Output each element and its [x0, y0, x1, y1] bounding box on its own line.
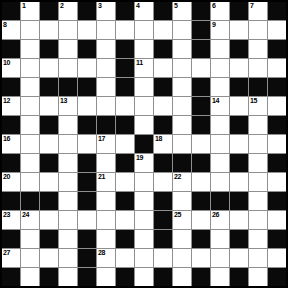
- block-cell-2-2: [40, 40, 58, 58]
- cell-6-7[interactable]: [135, 116, 153, 134]
- block-cell-7-7: [135, 135, 153, 153]
- block-cell-8-14: [268, 154, 286, 172]
- cell-3-10[interactable]: [192, 59, 210, 77]
- cell-9-9[interactable]: 22: [173, 173, 191, 191]
- cell-6-3[interactable]: [59, 116, 77, 134]
- clue-number-13: 13: [60, 97, 67, 105]
- cell-9-10[interactable]: [192, 173, 210, 191]
- cell-2-7[interactable]: [135, 40, 153, 58]
- cell-12-5[interactable]: [97, 230, 115, 248]
- block-cell-0-8: [154, 2, 172, 20]
- block-cell-10-0: [2, 192, 20, 210]
- cell-2-1[interactable]: [21, 40, 39, 58]
- clue-number-26: 26: [212, 211, 219, 219]
- cell-0-9[interactable]: 5: [173, 2, 191, 20]
- cell-1-4[interactable]: [78, 21, 96, 39]
- block-cell-6-12: [230, 116, 248, 134]
- cell-13-14[interactable]: [268, 249, 286, 267]
- block-cell-2-6: [116, 40, 134, 58]
- cell-10-5[interactable]: [97, 192, 115, 210]
- block-cell-14-8: [154, 268, 172, 286]
- block-cell-8-10: [192, 154, 210, 172]
- cell-9-1[interactable]: [21, 173, 39, 191]
- cell-6-13[interactable]: [249, 116, 267, 134]
- block-cell-14-2: [40, 268, 58, 286]
- clue-number-1: 1: [22, 2, 26, 10]
- cell-7-3[interactable]: [59, 135, 77, 153]
- cell-0-5[interactable]: 3: [97, 2, 115, 20]
- block-cell-8-0: [2, 154, 20, 172]
- block-cell-4-0: [2, 78, 20, 96]
- cell-5-6[interactable]: [116, 97, 134, 115]
- cell-13-9[interactable]: [173, 249, 191, 267]
- cell-13-3[interactable]: [59, 249, 77, 267]
- clue-number-9: 9: [212, 21, 216, 29]
- cell-7-8[interactable]: 18: [154, 135, 172, 153]
- cell-14-5[interactable]: [97, 268, 115, 286]
- cell-3-0[interactable]: 10: [2, 59, 20, 77]
- cell-5-2[interactable]: [40, 97, 58, 115]
- cell-1-2[interactable]: [40, 21, 58, 39]
- crossword-grid: 1234567891011121314151617181920212223242…: [2, 2, 286, 286]
- block-cell-4-6: [116, 78, 134, 96]
- cell-13-7[interactable]: [135, 249, 153, 267]
- cell-1-7[interactable]: [135, 21, 153, 39]
- clue-number-12: 12: [3, 97, 10, 105]
- cell-12-3[interactable]: [59, 230, 77, 248]
- clue-number-14: 14: [212, 97, 219, 105]
- cell-5-13[interactable]: 15: [249, 97, 267, 115]
- cell-13-8[interactable]: [154, 249, 172, 267]
- cell-7-9[interactable]: [173, 135, 191, 153]
- cell-1-3[interactable]: [59, 21, 77, 39]
- clue-number-6: 6: [212, 2, 216, 10]
- cell-11-7[interactable]: [135, 211, 153, 229]
- block-cell-12-12: [230, 230, 248, 248]
- block-cell-1-10: [192, 21, 210, 39]
- block-cell-6-6: [116, 116, 134, 134]
- clue-number-10: 10: [3, 59, 10, 67]
- clue-number-7: 7: [250, 2, 254, 10]
- cell-9-8[interactable]: [154, 173, 172, 191]
- cell-3-11[interactable]: [211, 59, 229, 77]
- block-cell-12-8: [154, 230, 172, 248]
- cell-7-5[interactable]: 17: [97, 135, 115, 153]
- clue-number-25: 25: [174, 211, 181, 219]
- block-cell-8-9: [173, 154, 191, 172]
- cell-8-11[interactable]: [211, 154, 229, 172]
- clue-number-23: 23: [3, 211, 10, 219]
- cell-11-9[interactable]: 25: [173, 211, 191, 229]
- cell-13-13[interactable]: [249, 249, 267, 267]
- cell-3-14[interactable]: [268, 59, 286, 77]
- cell-1-6[interactable]: [116, 21, 134, 39]
- cell-3-7[interactable]: 11: [135, 59, 153, 77]
- cell-8-3[interactable]: [59, 154, 77, 172]
- cell-14-13[interactable]: [249, 268, 267, 286]
- block-cell-0-2: [40, 2, 58, 20]
- cell-1-5[interactable]: [97, 21, 115, 39]
- cell-11-0[interactable]: 23: [2, 211, 20, 229]
- cell-11-5[interactable]: [97, 211, 115, 229]
- block-cell-13-4: [78, 249, 96, 267]
- block-cell-4-8: [154, 78, 172, 96]
- cell-7-12[interactable]: [230, 135, 248, 153]
- cell-11-12[interactable]: [230, 211, 248, 229]
- block-cell-10-11: [211, 192, 229, 210]
- cell-5-9[interactable]: [173, 97, 191, 115]
- cell-3-5[interactable]: [97, 59, 115, 77]
- block-cell-4-12: [230, 78, 248, 96]
- block-cell-10-12: [230, 192, 248, 210]
- block-cell-4-10: [192, 78, 210, 96]
- block-cell-8-12: [230, 154, 248, 172]
- cell-10-3[interactable]: [59, 192, 77, 210]
- cell-12-11[interactable]: [211, 230, 229, 248]
- clue-number-21: 21: [98, 173, 105, 181]
- cell-5-5[interactable]: [97, 97, 115, 115]
- block-cell-14-14: [268, 268, 286, 286]
- block-cell-0-4: [78, 2, 96, 20]
- block-cell-2-4: [78, 40, 96, 58]
- block-cell-5-10: [192, 97, 210, 115]
- cell-9-0[interactable]: 20: [2, 173, 20, 191]
- block-cell-8-8: [154, 154, 172, 172]
- cell-0-11[interactable]: 6: [211, 2, 229, 20]
- cell-3-9[interactable]: [173, 59, 191, 77]
- block-cell-2-0: [2, 40, 20, 58]
- block-cell-12-10: [192, 230, 210, 248]
- clue-number-22: 22: [174, 173, 181, 181]
- block-cell-3-6: [116, 59, 134, 77]
- block-cell-0-14: [268, 2, 286, 20]
- block-cell-12-4: [78, 230, 96, 248]
- block-cell-11-8: [154, 211, 172, 229]
- cell-7-0[interactable]: 16: [2, 135, 20, 153]
- cell-7-11[interactable]: [211, 135, 229, 153]
- cell-11-2[interactable]: [40, 211, 58, 229]
- clue-number-27: 27: [3, 249, 10, 257]
- block-cell-12-6: [116, 230, 134, 248]
- cell-13-2[interactable]: [40, 249, 58, 267]
- cell-1-13[interactable]: [249, 21, 267, 39]
- cell-13-1[interactable]: [21, 249, 39, 267]
- block-cell-4-4: [78, 78, 96, 96]
- cell-9-6[interactable]: [116, 173, 134, 191]
- cell-9-12[interactable]: [230, 173, 248, 191]
- cell-4-1[interactable]: [21, 78, 39, 96]
- cell-7-13[interactable]: [249, 135, 267, 153]
- cell-0-1[interactable]: 1: [21, 2, 39, 20]
- cell-1-1[interactable]: [21, 21, 39, 39]
- cell-9-7[interactable]: [135, 173, 153, 191]
- cell-14-9[interactable]: [173, 268, 191, 286]
- cell-5-12[interactable]: [230, 97, 248, 115]
- block-cell-0-0: [2, 2, 20, 20]
- cell-12-7[interactable]: [135, 230, 153, 248]
- cell-1-9[interactable]: [173, 21, 191, 39]
- cell-6-9[interactable]: [173, 116, 191, 134]
- block-cell-14-10: [192, 268, 210, 286]
- cell-8-7[interactable]: 19: [135, 154, 153, 172]
- cell-1-14[interactable]: [268, 21, 286, 39]
- cell-7-14[interactable]: [268, 135, 286, 153]
- cell-14-7[interactable]: [135, 268, 153, 286]
- cell-13-0[interactable]: 27: [2, 249, 20, 267]
- cell-5-7[interactable]: [135, 97, 153, 115]
- clue-number-24: 24: [22, 211, 29, 219]
- clue-number-17: 17: [98, 135, 105, 143]
- cell-7-10[interactable]: [192, 135, 210, 153]
- cell-5-1[interactable]: [21, 97, 39, 115]
- cell-1-12[interactable]: [230, 21, 248, 39]
- cell-5-11[interactable]: 14: [211, 97, 229, 115]
- cell-8-13[interactable]: [249, 154, 267, 172]
- cell-10-13[interactable]: [249, 192, 267, 210]
- cell-11-3[interactable]: [59, 211, 77, 229]
- block-cell-4-13: [249, 78, 267, 96]
- cell-3-3[interactable]: [59, 59, 77, 77]
- block-cell-14-4: [78, 268, 96, 286]
- cell-9-14[interactable]: [268, 173, 286, 191]
- block-cell-10-6: [116, 192, 134, 210]
- cell-5-8[interactable]: [154, 97, 172, 115]
- cell-5-3[interactable]: 13: [59, 97, 77, 115]
- cell-5-14[interactable]: [268, 97, 286, 115]
- block-cell-2-12: [230, 40, 248, 58]
- cell-9-2[interactable]: [40, 173, 58, 191]
- cell-1-8[interactable]: [154, 21, 172, 39]
- block-cell-6-0: [2, 116, 20, 134]
- cell-3-8[interactable]: [154, 59, 172, 77]
- cell-6-11[interactable]: [211, 116, 229, 134]
- cell-9-13[interactable]: [249, 173, 267, 191]
- cell-3-12[interactable]: [230, 59, 248, 77]
- cell-12-9[interactable]: [173, 230, 191, 248]
- block-cell-14-12: [230, 268, 248, 286]
- cell-7-6[interactable]: [116, 135, 134, 153]
- block-cell-0-6: [116, 2, 134, 20]
- block-cell-10-14: [268, 192, 286, 210]
- cell-14-3[interactable]: [59, 268, 77, 286]
- block-cell-8-6: [116, 154, 134, 172]
- clue-number-18: 18: [155, 135, 162, 143]
- cell-13-11[interactable]: [211, 249, 229, 267]
- cell-2-5[interactable]: [97, 40, 115, 58]
- block-cell-6-10: [192, 116, 210, 134]
- cell-11-1[interactable]: 24: [21, 211, 39, 229]
- block-cell-4-3: [59, 78, 77, 96]
- block-cell-14-6: [116, 268, 134, 286]
- cell-7-2[interactable]: [40, 135, 58, 153]
- block-cell-6-2: [40, 116, 58, 134]
- cell-1-11[interactable]: 9: [211, 21, 229, 39]
- cell-4-5[interactable]: [97, 78, 115, 96]
- cell-13-10[interactable]: [192, 249, 210, 267]
- cell-4-9[interactable]: [173, 78, 191, 96]
- block-cell-2-10: [192, 40, 210, 58]
- cell-1-0[interactable]: 8: [2, 21, 20, 39]
- clue-number-5: 5: [174, 2, 178, 10]
- clue-number-11: 11: [136, 59, 143, 67]
- cell-4-7[interactable]: [135, 78, 153, 96]
- clue-number-19: 19: [136, 154, 143, 162]
- cell-11-4[interactable]: [78, 211, 96, 229]
- block-cell-10-1: [21, 192, 39, 210]
- block-cell-4-14: [268, 78, 286, 96]
- cell-3-4[interactable]: [78, 59, 96, 77]
- cell-5-4[interactable]: [78, 97, 96, 115]
- block-cell-12-14: [268, 230, 286, 248]
- block-cell-10-10: [192, 192, 210, 210]
- cell-10-7[interactable]: [135, 192, 153, 210]
- cell-12-1[interactable]: [21, 230, 39, 248]
- cell-14-11[interactable]: [211, 268, 229, 286]
- clue-number-28: 28: [98, 249, 105, 257]
- clue-number-15: 15: [250, 97, 257, 105]
- cell-3-1[interactable]: [21, 59, 39, 77]
- cell-13-5[interactable]: 28: [97, 249, 115, 267]
- cell-3-13[interactable]: [249, 59, 267, 77]
- block-cell-0-10: [192, 2, 210, 20]
- block-cell-6-8: [154, 116, 172, 134]
- cell-6-1[interactable]: [21, 116, 39, 134]
- clue-number-4: 4: [136, 2, 140, 10]
- cell-2-9[interactable]: [173, 40, 191, 58]
- cell-11-14[interactable]: [268, 211, 286, 229]
- cell-7-1[interactable]: [21, 135, 39, 153]
- cell-4-11[interactable]: [211, 78, 229, 96]
- block-cell-2-8: [154, 40, 172, 58]
- cell-11-11[interactable]: 26: [211, 211, 229, 229]
- cell-9-5[interactable]: 21: [97, 173, 115, 191]
- block-cell-12-2: [40, 230, 58, 248]
- cell-2-11[interactable]: [211, 40, 229, 58]
- cell-12-13[interactable]: [249, 230, 267, 248]
- block-cell-8-2: [40, 154, 58, 172]
- cell-8-1[interactable]: [21, 154, 39, 172]
- cell-14-1[interactable]: [21, 268, 39, 286]
- cell-11-6[interactable]: [116, 211, 134, 229]
- block-cell-0-12: [230, 2, 248, 20]
- cell-11-13[interactable]: [249, 211, 267, 229]
- block-cell-8-4: [78, 154, 96, 172]
- crossword-board: 1234567891011121314151617181920212223242…: [0, 0, 288, 288]
- cell-5-0[interactable]: 12: [2, 97, 20, 115]
- cell-2-3[interactable]: [59, 40, 77, 58]
- block-cell-2-14: [268, 40, 286, 58]
- block-cell-12-0: [2, 230, 20, 248]
- clue-number-16: 16: [3, 135, 10, 143]
- block-cell-10-8: [154, 192, 172, 210]
- cell-0-7[interactable]: 4: [135, 2, 153, 20]
- clue-number-8: 8: [3, 21, 7, 29]
- cell-0-13[interactable]: 7: [249, 2, 267, 20]
- cell-7-4[interactable]: [78, 135, 96, 153]
- cell-0-3[interactable]: 2: [59, 2, 77, 20]
- block-cell-4-2: [40, 78, 58, 96]
- cell-3-2[interactable]: [40, 59, 58, 77]
- block-cell-14-0: [2, 268, 20, 286]
- block-cell-6-5: [97, 116, 115, 134]
- cell-13-12[interactable]: [230, 249, 248, 267]
- clue-number-20: 20: [3, 173, 10, 181]
- cell-9-3[interactable]: [59, 173, 77, 191]
- block-cell-6-4: [78, 116, 96, 134]
- cell-10-9[interactable]: [173, 192, 191, 210]
- cell-8-5[interactable]: [97, 154, 115, 172]
- clue-number-2: 2: [60, 2, 64, 10]
- block-cell-6-14: [268, 116, 286, 134]
- cell-11-10[interactable]: [192, 211, 210, 229]
- block-cell-10-4: [78, 192, 96, 210]
- cell-9-11[interactable]: [211, 173, 229, 191]
- cell-2-13[interactable]: [249, 40, 267, 58]
- cell-13-6[interactable]: [116, 249, 134, 267]
- clue-number-3: 3: [98, 2, 102, 10]
- block-cell-10-2: [40, 192, 58, 210]
- block-cell-9-4: [78, 173, 96, 191]
